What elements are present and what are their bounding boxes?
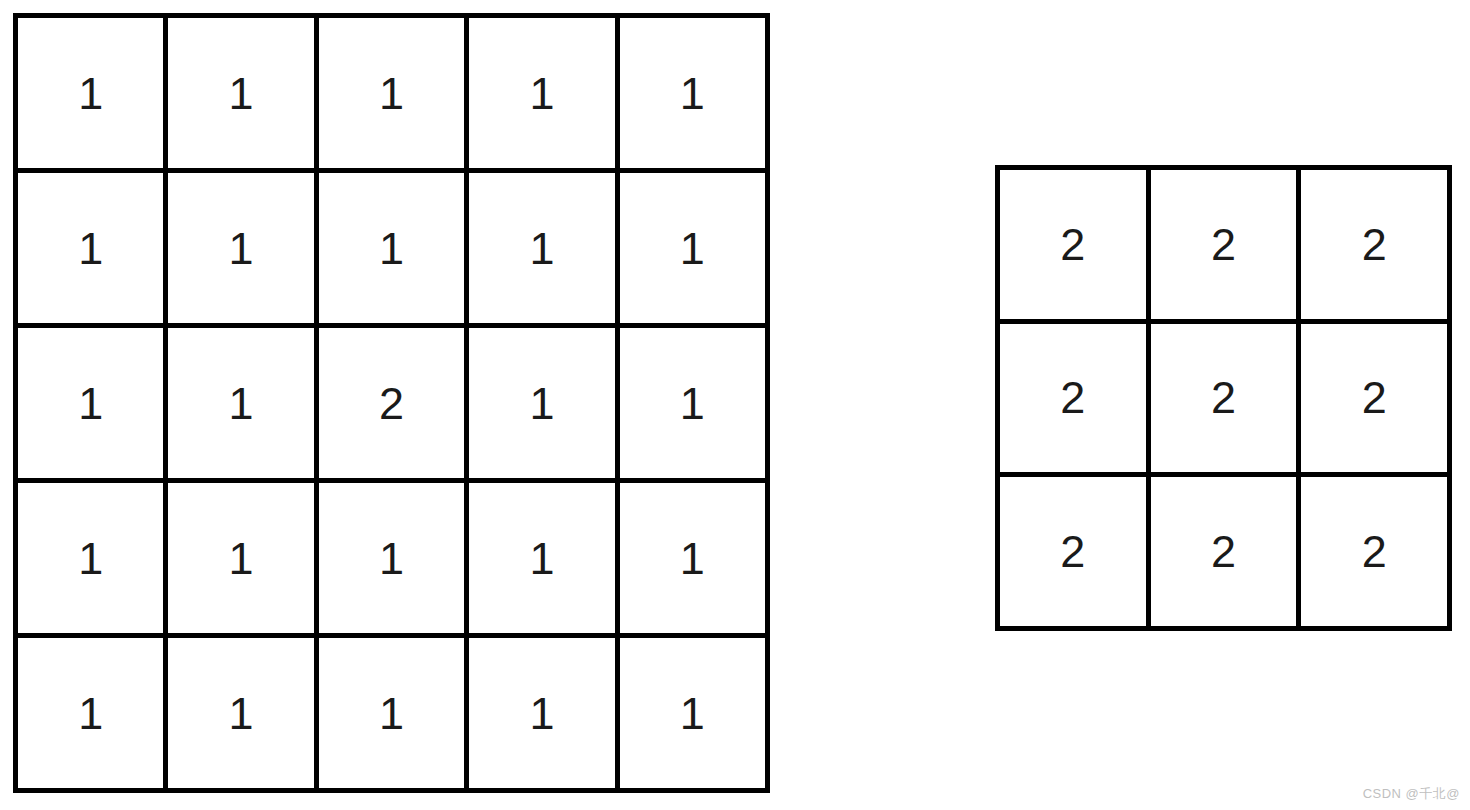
grid-cell: 1: [168, 173, 313, 323]
grid-cell: 1: [168, 328, 313, 478]
grid-cell: 1: [620, 18, 765, 168]
grid-cell: 2: [1151, 324, 1297, 473]
grid-cell: 2: [1151, 170, 1297, 319]
grid-cell: 1: [18, 173, 163, 323]
grid-cell: 1: [469, 483, 614, 633]
grid-cell: 2: [319, 328, 464, 478]
grid-cell: 1: [469, 173, 614, 323]
grid-cell: 1: [469, 18, 614, 168]
grid-cell: 2: [1000, 477, 1146, 626]
grid-cell: 1: [469, 328, 614, 478]
grid-cell: 1: [319, 173, 464, 323]
grid-cell: 2: [1151, 477, 1297, 626]
grid-cell: 1: [620, 638, 765, 788]
grid-cell: 2: [1000, 170, 1146, 319]
grid-cell: 1: [469, 638, 614, 788]
grid-cell: 1: [319, 18, 464, 168]
matrix-grid-3x3: 222222222: [995, 165, 1452, 631]
watermark-text: CSDN @千北@: [1363, 785, 1460, 803]
grid-cell: 1: [620, 483, 765, 633]
grid-cell: 1: [319, 483, 464, 633]
grid-cell: 2: [1301, 324, 1447, 473]
grid-cell: 1: [18, 638, 163, 788]
grid-cell: 1: [168, 483, 313, 633]
grid-cell: 2: [1301, 477, 1447, 626]
matrix-grid-5x5: 1111111111112111111111111: [13, 13, 770, 793]
diagram-canvas: 1111111111112111111111111 222222222 CSDN…: [0, 0, 1470, 810]
grid-cell: 1: [18, 18, 163, 168]
grid-cell: 1: [319, 638, 464, 788]
grid-cell: 1: [620, 328, 765, 478]
grid-cell: 1: [18, 483, 163, 633]
grid-cell: 2: [1000, 324, 1146, 473]
grid-cell: 1: [18, 328, 163, 478]
grid-cell: 2: [1301, 170, 1447, 319]
grid-cell: 1: [620, 173, 765, 323]
grid-cell: 1: [168, 638, 313, 788]
grid-cell: 1: [168, 18, 313, 168]
